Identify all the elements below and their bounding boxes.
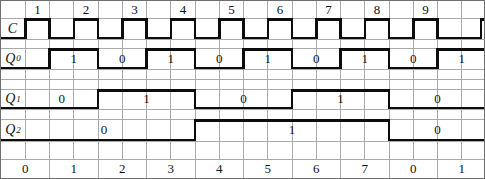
waveform-segment-low — [292, 37, 316, 40]
count-cell: 6 — [292, 159, 341, 178]
waveform-edge — [480, 18, 483, 39]
waveform-edge — [218, 18, 221, 39]
waveform-segment-low — [244, 37, 268, 40]
logic-value-label: 1 — [168, 48, 175, 69]
logic-value-label: 1 — [459, 48, 466, 69]
waveform-segment-high — [171, 18, 195, 21]
waveform-segment-high — [122, 18, 146, 21]
logic-value-label: 0 — [58, 89, 65, 109]
waveform-segment-low — [1, 139, 195, 142]
signal-row-q1: Q1 01010 — [1, 89, 484, 109]
waveform-segment-low — [389, 37, 413, 40]
waveform-edge — [339, 48, 342, 69]
waveform-edge — [48, 48, 51, 69]
logic-value-label: 0 — [434, 89, 441, 109]
signal-label-q0: Q0 — [1, 48, 25, 69]
waveform-edge — [436, 48, 439, 69]
signal-label-q1: Q1 — [1, 89, 25, 109]
waveform-edge — [242, 48, 245, 69]
signal-name-text: C — [8, 21, 17, 37]
waveform-segment-low — [98, 37, 122, 40]
pulse-number: 3 — [131, 2, 138, 18]
pulse-number: 7 — [325, 2, 332, 18]
waveform-edge — [267, 18, 270, 39]
signal-label-clock: C — [1, 18, 25, 39]
count-cell: 5 — [244, 159, 293, 178]
pulse-number: 9 — [422, 2, 429, 18]
waveform-segment-low — [438, 37, 482, 40]
signal-name-text: Q — [5, 91, 15, 107]
logic-value-label: 1 — [71, 48, 78, 69]
waveform-edge — [412, 18, 415, 39]
waveform-edge — [364, 18, 367, 39]
count-cell: 2 — [98, 159, 147, 178]
waveform-segment-high — [25, 18, 49, 21]
signal-name-text: Q — [5, 122, 15, 138]
waveform-segment-low — [341, 37, 365, 40]
waveform-segment-low — [50, 37, 74, 40]
logic-value-label: 0 — [313, 48, 320, 69]
count-cell: 4 — [195, 159, 244, 178]
waveform-edge — [315, 18, 318, 39]
waveform-segment-high — [481, 18, 485, 21]
waveform-segment-high — [365, 18, 389, 21]
logic-value-label: 1 — [337, 89, 344, 109]
logic-value-label: 0 — [216, 48, 223, 69]
count-cell: 0 — [389, 159, 438, 178]
signal-row-clock: C — [1, 18, 484, 39]
logic-value-label: 1 — [362, 48, 369, 69]
signal-name-subscript: 2 — [16, 126, 21, 135]
waveform-segment-high — [268, 18, 292, 21]
logic-value-label: 0 — [410, 48, 417, 69]
signal-row-q2: Q2 010 — [1, 119, 484, 141]
signal-name-subscript: 1 — [16, 95, 21, 104]
count-row: 0123456701 — [1, 159, 484, 178]
pulse-number: 2 — [83, 2, 90, 18]
waveform-segment-low — [195, 37, 219, 40]
count-cell: 1 — [50, 159, 99, 178]
waveform-edge — [73, 18, 76, 39]
pulse-number: 5 — [228, 2, 235, 18]
logic-value-label: 0 — [240, 89, 247, 109]
timing-diagram: 123456789 C Q0 101010101 Q1 01010 Q2 010… — [0, 0, 485, 179]
logic-value-label: 0 — [101, 119, 108, 141]
waveform-edge — [194, 119, 197, 141]
waveform-edge — [97, 89, 100, 109]
pulse-number: 1 — [34, 2, 41, 18]
count-cell: 3 — [147, 159, 196, 178]
pulse-number: 6 — [277, 2, 284, 18]
signal-name-subscript: 0 — [16, 54, 21, 63]
waveform-edge — [291, 89, 294, 109]
waveform-segment-high — [413, 18, 437, 21]
count-cell: 0 — [1, 159, 50, 178]
signal-row-q0: Q0 101010101 — [1, 48, 484, 69]
pulse-number-row: 123456789 — [1, 2, 484, 18]
signal-label-q2: Q2 — [1, 119, 25, 141]
logic-value-label: 1 — [143, 89, 150, 109]
waveform-edge — [121, 18, 124, 39]
waveform-edge — [145, 48, 148, 69]
pulse-number: 8 — [374, 2, 381, 18]
waveform-segment-low — [147, 37, 171, 40]
logic-value-label: 0 — [119, 48, 126, 69]
signal-name-text: Q — [5, 51, 15, 67]
pulse-number: 4 — [180, 2, 187, 18]
waveform-segment-high — [316, 18, 340, 21]
count-cell: 1 — [438, 159, 485, 178]
logic-value-label: 0 — [434, 119, 441, 141]
logic-value-label: 1 — [289, 119, 296, 141]
waveform-segment-high — [74, 18, 98, 21]
waveform-edge — [170, 18, 173, 39]
logic-value-label: 1 — [265, 48, 272, 69]
count-cell: 7 — [341, 159, 390, 178]
waveform-segment-high — [219, 18, 243, 21]
